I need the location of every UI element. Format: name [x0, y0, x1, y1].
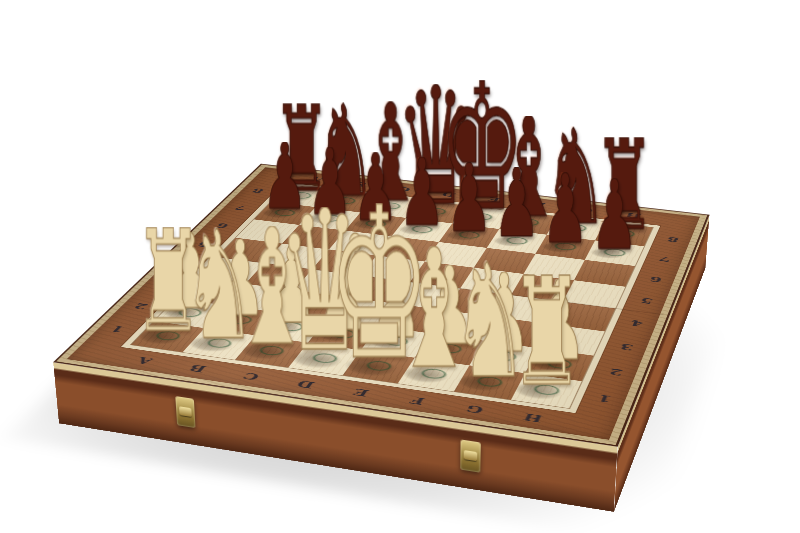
chess-box: AABBCCDDEEFFGGHH1122334455667788 ♜♞♝♛♚♝♞… [53, 164, 709, 447]
brass-latch-1 [175, 396, 195, 428]
label-file-h-back: H [624, 211, 642, 220]
product-photo-stage: AABBCCDDEEFFGGHH1122334455667788 ♜♞♝♛♚♝♞… [0, 0, 800, 533]
white-rook-glyph: ♜ [510, 274, 583, 390]
brass-latch-2 [460, 439, 481, 472]
scene-3d: AABBCCDDEEFFGGHH1122334455667788 ♜♞♝♛♚♝♞… [0, 0, 800, 533]
